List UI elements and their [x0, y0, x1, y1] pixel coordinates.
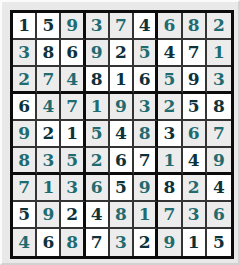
- cell-r8c8[interactable]: 3: [183, 202, 207, 229]
- cell-r5c8[interactable]: 6: [183, 121, 207, 148]
- cell-r4c9[interactable]: 8: [207, 94, 231, 121]
- cell-r7c4[interactable]: 6: [86, 175, 110, 202]
- cell-r7c5[interactable]: 5: [110, 175, 134, 202]
- cell-r7c1[interactable]: 7: [13, 175, 37, 202]
- cell-r3c6[interactable]: 6: [134, 67, 158, 94]
- cell-r1c6[interactable]: 4: [134, 13, 158, 40]
- cell-r4c5[interactable]: 9: [110, 94, 134, 121]
- cell-r2c9[interactable]: 1: [207, 40, 231, 67]
- cell-r9c7[interactable]: 9: [158, 229, 182, 256]
- cell-r8c5[interactable]: 8: [110, 202, 134, 229]
- cell-r7c7[interactable]: 8: [158, 175, 182, 202]
- cell-r5c3[interactable]: 1: [61, 121, 85, 148]
- cell-r1c7[interactable]: 6: [158, 13, 182, 40]
- cell-r3c8[interactable]: 9: [183, 67, 207, 94]
- cell-r5c9[interactable]: 7: [207, 121, 231, 148]
- cell-r5c4[interactable]: 5: [86, 121, 110, 148]
- cell-r3c1[interactable]: 2: [13, 67, 37, 94]
- cell-r3c7[interactable]: 5: [158, 67, 182, 94]
- cell-r2c3[interactable]: 6: [61, 40, 85, 67]
- cell-r9c3[interactable]: 8: [61, 229, 85, 256]
- cell-r9c1[interactable]: 4: [13, 229, 37, 256]
- cell-r8c1[interactable]: 5: [13, 202, 37, 229]
- cell-r6c6[interactable]: 7: [134, 148, 158, 175]
- cell-r1c5[interactable]: 7: [110, 13, 134, 40]
- cell-r8c9[interactable]: 6: [207, 202, 231, 229]
- cell-r3c4[interactable]: 8: [86, 67, 110, 94]
- sudoku-board: 1593746823869254712748165936471932589215…: [10, 10, 234, 259]
- cell-r1c8[interactable]: 8: [183, 13, 207, 40]
- cell-r8c2[interactable]: 9: [37, 202, 61, 229]
- cell-r2c6[interactable]: 5: [134, 40, 158, 67]
- cell-r1c2[interactable]: 5: [37, 13, 61, 40]
- cell-r2c5[interactable]: 2: [110, 40, 134, 67]
- cell-r7c9[interactable]: 4: [207, 175, 231, 202]
- cell-r7c8[interactable]: 2: [183, 175, 207, 202]
- cell-r9c4[interactable]: 7: [86, 229, 110, 256]
- cell-r8c3[interactable]: 2: [61, 202, 85, 229]
- cell-r9c6[interactable]: 2: [134, 229, 158, 256]
- cell-r3c5[interactable]: 1: [110, 67, 134, 94]
- cell-r7c6[interactable]: 9: [134, 175, 158, 202]
- cell-r8c4[interactable]: 4: [86, 202, 110, 229]
- cell-r4c6[interactable]: 3: [134, 94, 158, 121]
- cell-r3c3[interactable]: 4: [61, 67, 85, 94]
- cell-r7c2[interactable]: 1: [37, 175, 61, 202]
- cell-r4c3[interactable]: 7: [61, 94, 85, 121]
- cell-r7c3[interactable]: 3: [61, 175, 85, 202]
- cell-r5c2[interactable]: 2: [37, 121, 61, 148]
- cell-r8c6[interactable]: 1: [134, 202, 158, 229]
- cell-r5c7[interactable]: 3: [158, 121, 182, 148]
- cell-r6c9[interactable]: 9: [207, 148, 231, 175]
- cell-r3c9[interactable]: 3: [207, 67, 231, 94]
- cell-r1c4[interactable]: 3: [86, 13, 110, 40]
- cell-r6c7[interactable]: 1: [158, 148, 182, 175]
- cell-r1c3[interactable]: 9: [61, 13, 85, 40]
- cell-r8c7[interactable]: 7: [158, 202, 182, 229]
- cell-r4c4[interactable]: 1: [86, 94, 110, 121]
- cell-r4c2[interactable]: 4: [37, 94, 61, 121]
- cell-r2c2[interactable]: 8: [37, 40, 61, 67]
- cell-r5c5[interactable]: 4: [110, 121, 134, 148]
- cell-r1c1[interactable]: 1: [13, 13, 37, 40]
- cell-r4c8[interactable]: 5: [183, 94, 207, 121]
- cell-r6c3[interactable]: 5: [61, 148, 85, 175]
- cell-r4c7[interactable]: 2: [158, 94, 182, 121]
- cell-r6c2[interactable]: 3: [37, 148, 61, 175]
- cell-r5c1[interactable]: 9: [13, 121, 37, 148]
- cell-r6c1[interactable]: 8: [13, 148, 37, 175]
- cell-r2c1[interactable]: 3: [13, 40, 37, 67]
- cell-r5c6[interactable]: 8: [134, 121, 158, 148]
- cell-r6c8[interactable]: 4: [183, 148, 207, 175]
- cell-r2c8[interactable]: 7: [183, 40, 207, 67]
- cell-r6c4[interactable]: 2: [86, 148, 110, 175]
- cell-r4c1[interactable]: 6: [13, 94, 37, 121]
- cell-r9c9[interactable]: 5: [207, 229, 231, 256]
- cell-r9c5[interactable]: 3: [110, 229, 134, 256]
- cell-r2c4[interactable]: 9: [86, 40, 110, 67]
- cell-r9c8[interactable]: 1: [183, 229, 207, 256]
- cell-r1c9[interactable]: 2: [207, 13, 231, 40]
- cell-r3c2[interactable]: 7: [37, 67, 61, 94]
- cell-r2c7[interactable]: 4: [158, 40, 182, 67]
- window-frame: 1593746823869254712748165936471932589215…: [0, 0, 240, 265]
- cell-r6c5[interactable]: 6: [110, 148, 134, 175]
- cell-r9c2[interactable]: 6: [37, 229, 61, 256]
